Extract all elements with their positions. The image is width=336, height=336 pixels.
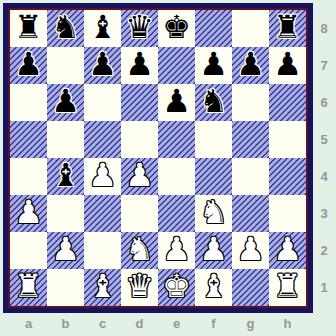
square-d1[interactable]: ♛ xyxy=(121,269,158,306)
rank-label-8: 8 xyxy=(313,10,335,47)
square-c2[interactable] xyxy=(84,232,121,269)
piece-white-bishop-f1[interactable]: ♝ xyxy=(199,268,228,305)
square-h5[interactable] xyxy=(269,121,306,158)
piece-white-knight-d2[interactable]: ♞ xyxy=(125,231,154,268)
square-b8[interactable]: ♞ xyxy=(47,10,84,47)
square-h8[interactable]: ♜ xyxy=(269,10,306,47)
square-f4[interactable] xyxy=(195,158,232,195)
rank-label-3: 3 xyxy=(313,195,335,232)
square-h7[interactable]: ♟ xyxy=(269,47,306,84)
square-a4[interactable] xyxy=(10,158,47,195)
square-e3[interactable] xyxy=(158,195,195,232)
piece-black-pawn-f7[interactable]: ♟ xyxy=(199,46,228,83)
square-c7[interactable]: ♟ xyxy=(84,47,121,84)
piece-black-pawn-a7[interactable]: ♟ xyxy=(14,46,43,83)
square-e2[interactable]: ♟ xyxy=(158,232,195,269)
square-a8[interactable]: ♜ xyxy=(10,10,47,47)
rank-label-7: 7 xyxy=(313,47,335,84)
square-f3[interactable]: ♞ xyxy=(195,195,232,232)
square-d4[interactable]: ♟ xyxy=(121,158,158,195)
square-d8[interactable]: ♛ xyxy=(121,10,158,47)
piece-white-knight-f3[interactable]: ♞ xyxy=(199,194,228,231)
square-f7[interactable]: ♟ xyxy=(195,47,232,84)
square-g8[interactable] xyxy=(232,10,269,47)
square-a2[interactable] xyxy=(10,232,47,269)
chess-board-inner-border: ♜♞♝♛♚♜♟♟♟♟♟♟♟♟♞♝♟♟♟♞♟♞♟♟♟♟♜♝♛♚♝♜ xyxy=(8,8,308,308)
piece-white-pawn-b2[interactable]: ♟ xyxy=(51,231,80,268)
square-e7[interactable] xyxy=(158,47,195,84)
square-h2[interactable]: ♟ xyxy=(269,232,306,269)
chess-board-frame: ♜♞♝♛♚♜♟♟♟♟♟♟♟♟♞♝♟♟♟♞♟♞♟♟♟♟♜♝♛♚♝♜ xyxy=(3,3,313,313)
square-f2[interactable]: ♟ xyxy=(195,232,232,269)
square-a5[interactable] xyxy=(10,121,47,158)
piece-white-rook-a1[interactable]: ♜ xyxy=(14,268,43,305)
piece-black-pawn-h7[interactable]: ♟ xyxy=(273,46,302,83)
square-g6[interactable] xyxy=(232,84,269,121)
piece-black-bishop-c8[interactable]: ♝ xyxy=(88,9,117,46)
square-g3[interactable] xyxy=(232,195,269,232)
square-b6[interactable]: ♟ xyxy=(47,84,84,121)
piece-black-rook-h8[interactable]: ♜ xyxy=(273,9,302,46)
piece-black-pawn-b6[interactable]: ♟ xyxy=(51,83,80,120)
piece-white-rook-h1[interactable]: ♜ xyxy=(273,268,302,305)
square-d3[interactable] xyxy=(121,195,158,232)
square-f1[interactable]: ♝ xyxy=(195,269,232,306)
square-g2[interactable]: ♟ xyxy=(232,232,269,269)
square-f6[interactable]: ♞ xyxy=(195,84,232,121)
square-a6[interactable] xyxy=(10,84,47,121)
square-e8[interactable]: ♚ xyxy=(158,10,195,47)
piece-white-queen-d1[interactable]: ♛ xyxy=(125,268,154,305)
square-b2[interactable]: ♟ xyxy=(47,232,84,269)
square-b4[interactable]: ♝ xyxy=(47,158,84,195)
square-f8[interactable] xyxy=(195,10,232,47)
piece-white-pawn-e2[interactable]: ♟ xyxy=(162,231,191,268)
square-g5[interactable] xyxy=(232,121,269,158)
square-a3[interactable]: ♟ xyxy=(10,195,47,232)
square-d5[interactable] xyxy=(121,121,158,158)
rank-label-2: 2 xyxy=(313,232,335,269)
square-b7[interactable] xyxy=(47,47,84,84)
square-h3[interactable] xyxy=(269,195,306,232)
square-c3[interactable] xyxy=(84,195,121,232)
square-a1[interactable]: ♜ xyxy=(10,269,47,306)
square-g7[interactable]: ♟ xyxy=(232,47,269,84)
piece-black-pawn-d7[interactable]: ♟ xyxy=(125,46,154,83)
piece-black-king-e8[interactable]: ♚ xyxy=(162,9,191,46)
square-d2[interactable]: ♞ xyxy=(121,232,158,269)
file-label-d: d xyxy=(121,313,158,335)
square-c8[interactable]: ♝ xyxy=(84,10,121,47)
square-e5[interactable] xyxy=(158,121,195,158)
piece-black-knight-f6[interactable]: ♞ xyxy=(199,83,228,120)
square-g4[interactable] xyxy=(232,158,269,195)
square-e1[interactable]: ♚ xyxy=(158,269,195,306)
piece-black-knight-b8[interactable]: ♞ xyxy=(51,9,80,46)
square-c4[interactable]: ♟ xyxy=(84,158,121,195)
piece-black-pawn-g7[interactable]: ♟ xyxy=(236,46,265,83)
piece-black-pawn-c7[interactable]: ♟ xyxy=(88,46,117,83)
chess-board[interactable]: ♜♞♝♛♚♜♟♟♟♟♟♟♟♟♞♝♟♟♟♞♟♞♟♟♟♟♜♝♛♚♝♜ xyxy=(10,10,306,306)
file-label-b: b xyxy=(47,313,84,335)
square-c6[interactable] xyxy=(84,84,121,121)
piece-white-king-e1[interactable]: ♚ xyxy=(162,268,191,305)
piece-white-pawn-h2[interactable]: ♟ xyxy=(273,231,302,268)
rank-label-1: 1 xyxy=(313,269,335,306)
piece-white-pawn-d4[interactable]: ♟ xyxy=(125,157,154,194)
square-b3[interactable] xyxy=(47,195,84,232)
piece-white-pawn-a3[interactable]: ♟ xyxy=(14,194,43,231)
piece-white-pawn-c4[interactable]: ♟ xyxy=(88,157,117,194)
square-h6[interactable] xyxy=(269,84,306,121)
square-d7[interactable]: ♟ xyxy=(121,47,158,84)
piece-white-bishop-c1[interactable]: ♝ xyxy=(88,268,117,305)
square-b5[interactable] xyxy=(47,121,84,158)
piece-black-rook-a8[interactable]: ♜ xyxy=(14,9,43,46)
square-h4[interactable] xyxy=(269,158,306,195)
piece-white-pawn-f2[interactable]: ♟ xyxy=(199,231,228,268)
file-label-e: e xyxy=(158,313,195,335)
file-label-c: c xyxy=(84,313,121,335)
square-f5[interactable] xyxy=(195,121,232,158)
piece-black-bishop-b4[interactable]: ♝ xyxy=(51,157,80,194)
square-h1[interactable]: ♜ xyxy=(269,269,306,306)
file-label-g: g xyxy=(232,313,269,335)
file-label-f: f xyxy=(195,313,232,335)
square-c5[interactable] xyxy=(84,121,121,158)
file-label-h: h xyxy=(269,313,306,335)
rank-label-6: 6 xyxy=(313,84,335,121)
square-c1[interactable]: ♝ xyxy=(84,269,121,306)
square-e4[interactable] xyxy=(158,158,195,195)
square-a7[interactable]: ♟ xyxy=(10,47,47,84)
piece-black-queen-d8[interactable]: ♛ xyxy=(125,9,154,46)
square-e6[interactable]: ♟ xyxy=(158,84,195,121)
square-b1[interactable] xyxy=(47,269,84,306)
piece-white-pawn-g2[interactable]: ♟ xyxy=(236,231,265,268)
square-d6[interactable] xyxy=(121,84,158,121)
square-g1[interactable] xyxy=(232,269,269,306)
piece-black-pawn-e6[interactable]: ♟ xyxy=(162,83,191,120)
file-label-a: a xyxy=(10,313,47,335)
rank-label-4: 4 xyxy=(313,158,335,195)
rank-label-5: 5 xyxy=(313,121,335,158)
